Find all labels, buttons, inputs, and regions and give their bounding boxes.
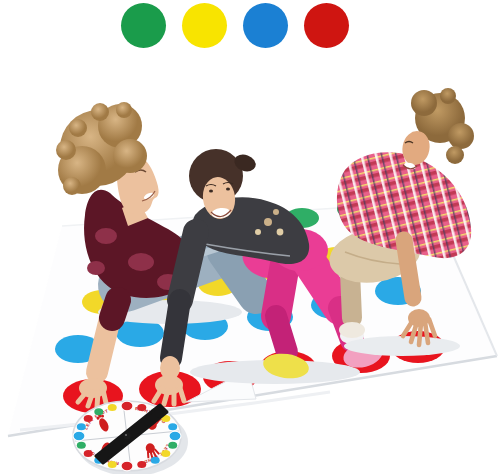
right-player-hair-curl xyxy=(440,88,456,104)
spinner-rim-dot-green xyxy=(94,408,103,415)
right-player-hair xyxy=(411,90,437,116)
left-player-hair-curl xyxy=(56,140,76,160)
spinner-rim-dot-blue xyxy=(168,423,177,430)
spinner-rim-dot-yellow xyxy=(108,461,117,468)
right-player-hair xyxy=(448,123,474,149)
twister-scene: RIGHT HAND LEFT HAND RIGHT FOOT LEFT FOO… xyxy=(0,0,500,474)
spinner-rim-dot-red xyxy=(137,404,146,411)
middle-player-eye xyxy=(209,189,213,192)
middle-player-sleeve-forearm xyxy=(171,300,180,358)
spinner: RIGHT HAND LEFT HAND RIGHT FOOT LEFT FOO… xyxy=(73,401,188,474)
middle-player-left-calf xyxy=(276,316,287,352)
spinner-rim-dot-red xyxy=(84,415,93,422)
middle-player-top-pattern xyxy=(277,229,284,236)
middle-player-top-pattern xyxy=(264,218,272,226)
left-player-hair-curl xyxy=(69,119,87,137)
spinner-rim-dot-green xyxy=(77,442,86,449)
spinner-rim-dot-yellow xyxy=(161,450,170,457)
left-player-shirt-pattern xyxy=(128,253,154,271)
middle-player-top-pattern xyxy=(255,229,261,235)
right-player-shadow xyxy=(344,336,460,356)
middle-player-eye xyxy=(226,187,230,190)
spinner-rim-dot-blue xyxy=(73,431,85,441)
left-player-hair-curl xyxy=(91,103,109,121)
product-photo: RIGHT HAND LEFT HAND RIGHT FOOT LEFT FOO… xyxy=(0,0,500,474)
spinner-rim-dot-yellow xyxy=(108,404,117,411)
spinner-rim-dot-green xyxy=(168,442,177,449)
right-player-finger xyxy=(419,323,421,345)
right-player-pale-sock xyxy=(339,322,365,338)
spinner-needle-pivot-highlight xyxy=(125,434,127,436)
right-player-hair-curl xyxy=(446,146,464,164)
right-player-arm xyxy=(404,240,413,298)
spinner-needle-pivot xyxy=(123,432,130,439)
left-player-hair-curl xyxy=(116,102,132,118)
left-player-finger xyxy=(97,392,98,407)
spinner-rim-dot-blue xyxy=(77,423,86,430)
spinner-rim-dot-red xyxy=(84,450,93,457)
left-player-hair-curl xyxy=(63,177,81,195)
left-player-shirt-pattern xyxy=(95,228,117,244)
spinner-rim-dot-blue xyxy=(151,457,160,464)
spinner-rim-dot-red xyxy=(121,461,133,471)
right-player-finger xyxy=(425,322,428,343)
left-player-shirt-pattern xyxy=(87,261,105,275)
left-player-sleeve xyxy=(112,300,118,318)
left-player-hair xyxy=(113,139,147,173)
left-player-finger xyxy=(103,390,106,403)
middle-player-top-pattern xyxy=(273,209,279,215)
spinner-rim-dot-blue xyxy=(169,431,181,441)
spinner-rim-dot-red xyxy=(121,401,133,411)
spinner-rim-dot-red xyxy=(137,461,146,468)
